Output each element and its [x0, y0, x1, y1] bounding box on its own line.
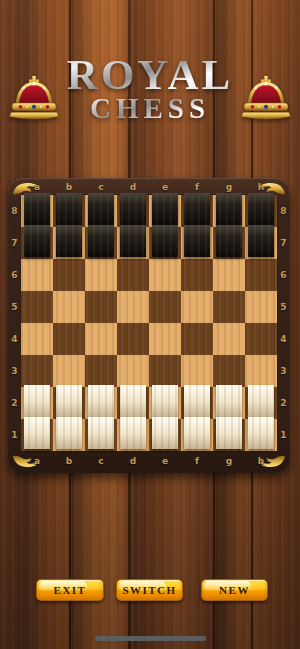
square-c2[interactable]: ♟: [85, 387, 117, 419]
piece-white-knight[interactable]: ♞: [216, 417, 242, 449]
square-a4[interactable]: [21, 323, 53, 355]
file-label-e: e: [149, 182, 181, 192]
piece-black-pawn[interactable]: ♟: [248, 225, 274, 257]
square-c4[interactable]: [85, 323, 117, 355]
square-e2[interactable]: ♟: [149, 387, 181, 419]
square-d2[interactable]: ♟: [117, 387, 149, 419]
rank-label-4: 4: [8, 323, 21, 355]
square-a8[interactable]: ♜: [21, 195, 53, 227]
file-label-c: c: [85, 456, 117, 466]
file-label-f: f: [181, 456, 213, 466]
square-b7[interactable]: ♟: [53, 227, 85, 259]
piece-black-queen[interactable]: ♛: [120, 193, 146, 225]
rank-label-2: 2: [8, 387, 21, 419]
switch-button[interactable]: SWITCH: [116, 579, 183, 601]
switch-button-label: SWITCH: [117, 580, 182, 600]
square-d3[interactable]: [117, 355, 149, 387]
square-e1[interactable]: ♚: [149, 419, 181, 451]
square-c6[interactable]: [85, 259, 117, 291]
square-a3[interactable]: [21, 355, 53, 387]
file-label-h: h: [245, 456, 277, 466]
square-g1[interactable]: ♞: [213, 419, 245, 451]
piece-white-pawn[interactable]: ♟: [120, 385, 146, 417]
square-f4[interactable]: [181, 323, 213, 355]
square-d1[interactable]: ♛: [117, 419, 149, 451]
piece-black-rook[interactable]: ♜: [248, 193, 274, 225]
piece-white-pawn[interactable]: ♟: [24, 385, 50, 417]
rank-label-5: 5: [8, 291, 21, 323]
piece-white-bishop[interactable]: ♝: [184, 417, 210, 449]
square-e6[interactable]: [149, 259, 181, 291]
file-label-b: b: [53, 182, 85, 192]
piece-black-pawn[interactable]: ♟: [56, 225, 82, 257]
square-d8[interactable]: ♛: [117, 195, 149, 227]
square-g4[interactable]: [213, 323, 245, 355]
file-label-b: b: [53, 456, 85, 466]
square-f6[interactable]: [181, 259, 213, 291]
exit-button-label: EXIT: [37, 580, 103, 600]
square-g6[interactable]: [213, 259, 245, 291]
piece-black-pawn[interactable]: ♟: [184, 225, 210, 257]
rank-label-6: 6: [8, 259, 21, 291]
square-b8[interactable]: ♞: [53, 195, 85, 227]
chess-board[interactable]: ♜♞♝♛♚♝♞♜♟♟♟♟♟♟♟♟♟♟♟♟♟♟♟♟♜♞♝♛♚♝♞♜: [21, 195, 277, 451]
square-h3[interactable]: [245, 355, 277, 387]
square-b2[interactable]: ♟: [53, 387, 85, 419]
piece-white-knight[interactable]: ♞: [56, 417, 82, 449]
piece-black-knight[interactable]: ♞: [216, 193, 242, 225]
square-c1[interactable]: ♝: [85, 419, 117, 451]
square-f7[interactable]: ♟: [181, 227, 213, 259]
square-h7[interactable]: ♟: [245, 227, 277, 259]
piece-white-pawn[interactable]: ♟: [56, 385, 82, 417]
square-h5[interactable]: [245, 291, 277, 323]
square-e8[interactable]: ♚: [149, 195, 181, 227]
square-a7[interactable]: ♟: [21, 227, 53, 259]
new-button[interactable]: NEW: [201, 579, 268, 601]
file-label-h: h: [245, 182, 277, 192]
file-label-e: e: [149, 456, 181, 466]
piece-white-rook[interactable]: ♜: [248, 417, 274, 449]
piece-white-pawn[interactable]: ♟: [216, 385, 242, 417]
square-d7[interactable]: ♟: [117, 227, 149, 259]
piece-black-bishop[interactable]: ♝: [88, 193, 114, 225]
piece-black-pawn[interactable]: ♟: [216, 225, 242, 257]
piece-white-rook[interactable]: ♜: [24, 417, 50, 449]
file-label-f: f: [181, 182, 213, 192]
square-f5[interactable]: [181, 291, 213, 323]
square-e4[interactable]: [149, 323, 181, 355]
square-h4[interactable]: [245, 323, 277, 355]
rank-labels-right: 87654321: [277, 195, 290, 451]
rank-label-8: 8: [277, 195, 290, 227]
square-g2[interactable]: ♟: [213, 387, 245, 419]
square-h2[interactable]: ♟: [245, 387, 277, 419]
file-label-g: g: [213, 456, 245, 466]
piece-black-rook[interactable]: ♜: [24, 193, 50, 225]
piece-white-pawn[interactable]: ♟: [88, 385, 114, 417]
square-d6[interactable]: [117, 259, 149, 291]
piece-black-pawn[interactable]: ♟: [88, 225, 114, 257]
file-label-c: c: [85, 182, 117, 192]
square-e3[interactable]: [149, 355, 181, 387]
rank-label-1: 1: [8, 419, 21, 451]
square-b3[interactable]: [53, 355, 85, 387]
rank-labels-left: 87654321: [8, 195, 21, 451]
rank-label-3: 3: [277, 355, 290, 387]
file-label-d: d: [117, 456, 149, 466]
square-f2[interactable]: ♟: [181, 387, 213, 419]
square-g3[interactable]: [213, 355, 245, 387]
piece-white-pawn[interactable]: ♟: [152, 385, 178, 417]
piece-black-knight[interactable]: ♞: [56, 193, 82, 225]
rank-label-1: 1: [277, 419, 290, 451]
square-d5[interactable]: [117, 291, 149, 323]
rank-label-2: 2: [277, 387, 290, 419]
app-screen: ROYAL CHESS abcdefgh 87654321 ♜♞♝♛♚♝♞♜♟♟…: [0, 0, 300, 649]
square-h1[interactable]: ♜: [245, 419, 277, 451]
piece-black-pawn[interactable]: ♟: [24, 225, 50, 257]
rank-label-3: 3: [8, 355, 21, 387]
piece-black-pawn[interactable]: ♟: [120, 225, 146, 257]
rank-label-6: 6: [277, 259, 290, 291]
square-b1[interactable]: ♞: [53, 419, 85, 451]
square-d4[interactable]: [117, 323, 149, 355]
new-button-label: NEW: [202, 580, 267, 600]
square-f8[interactable]: ♝: [181, 195, 213, 227]
rank-label-5: 5: [277, 291, 290, 323]
square-b6[interactable]: [53, 259, 85, 291]
square-a6[interactable]: [21, 259, 53, 291]
home-indicator[interactable]: [95, 636, 206, 641]
file-label-d: d: [117, 182, 149, 192]
piece-white-pawn[interactable]: ♟: [184, 385, 210, 417]
chess-board-frame: abcdefgh 87654321 ♜♞♝♛♚♝♞♜♟♟♟♟♟♟♟♟♟♟♟♟♟♟…: [8, 178, 290, 473]
rank-label-7: 7: [8, 227, 21, 259]
square-e7[interactable]: ♟: [149, 227, 181, 259]
piece-black-king[interactable]: ♚: [152, 193, 178, 225]
square-b5[interactable]: [53, 291, 85, 323]
file-labels-bottom: abcdefgh: [21, 451, 277, 471]
square-a1[interactable]: ♜: [21, 419, 53, 451]
square-h8[interactable]: ♜: [245, 195, 277, 227]
square-f1[interactable]: ♝: [181, 419, 213, 451]
square-e5[interactable]: [149, 291, 181, 323]
square-g5[interactable]: [213, 291, 245, 323]
rank-label-7: 7: [277, 227, 290, 259]
square-c7[interactable]: ♟: [85, 227, 117, 259]
piece-black-pawn[interactable]: ♟: [152, 225, 178, 257]
square-g8[interactable]: ♞: [213, 195, 245, 227]
square-a5[interactable]: [21, 291, 53, 323]
square-c5[interactable]: [85, 291, 117, 323]
square-a2[interactable]: ♟: [21, 387, 53, 419]
square-c8[interactable]: ♝: [85, 195, 117, 227]
piece-white-king[interactable]: ♚: [152, 417, 178, 449]
rank-label-8: 8: [8, 195, 21, 227]
piece-white-bishop[interactable]: ♝: [88, 417, 114, 449]
file-label-a: a: [21, 182, 53, 192]
app-subtitle: CHESS: [0, 92, 300, 125]
square-b4[interactable]: [53, 323, 85, 355]
square-c3[interactable]: [85, 355, 117, 387]
square-g7[interactable]: ♟: [213, 227, 245, 259]
exit-button[interactable]: EXIT: [36, 579, 104, 601]
piece-white-pawn[interactable]: ♟: [248, 385, 274, 417]
square-h6[interactable]: [245, 259, 277, 291]
file-label-a: a: [21, 456, 53, 466]
rank-label-4: 4: [277, 323, 290, 355]
file-label-g: g: [213, 182, 245, 192]
piece-white-queen[interactable]: ♛: [120, 417, 146, 449]
piece-black-bishop[interactable]: ♝: [184, 193, 210, 225]
square-f3[interactable]: [181, 355, 213, 387]
